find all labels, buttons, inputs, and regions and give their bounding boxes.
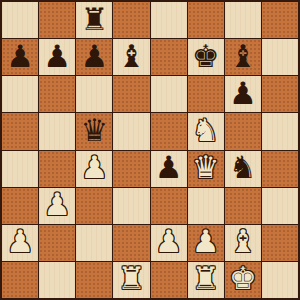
piece-white-queen: ♛ xyxy=(192,152,220,183)
square-c8[interactable]: ♜ xyxy=(76,2,112,38)
square-f6[interactable] xyxy=(188,76,224,112)
piece-white-rook: ♜ xyxy=(192,263,220,294)
square-d3[interactable] xyxy=(113,188,149,224)
piece-black-pawn: ♟ xyxy=(43,41,71,72)
square-g5[interactable] xyxy=(225,113,261,149)
square-a4[interactable] xyxy=(2,151,38,187)
square-b2[interactable] xyxy=(39,225,75,261)
square-b1[interactable] xyxy=(39,262,75,298)
square-h6[interactable] xyxy=(262,76,298,112)
piece-white-pawn: ♟ xyxy=(155,226,183,257)
piece-white-pawn: ♟ xyxy=(43,189,71,220)
square-f2[interactable]: ♟ xyxy=(188,225,224,261)
square-f7[interactable]: ♚ xyxy=(188,39,224,75)
square-d7[interactable]: ♝ xyxy=(113,39,149,75)
square-e3[interactable] xyxy=(151,188,187,224)
piece-white-rook: ♜ xyxy=(118,263,146,294)
square-a7[interactable]: ♟ xyxy=(2,39,38,75)
square-c3[interactable] xyxy=(76,188,112,224)
square-a3[interactable] xyxy=(2,188,38,224)
square-f8[interactable] xyxy=(188,2,224,38)
square-f5[interactable]: ♞ xyxy=(188,113,224,149)
square-a1[interactable] xyxy=(2,262,38,298)
piece-black-pawn: ♟ xyxy=(229,78,257,109)
square-e7[interactable] xyxy=(151,39,187,75)
square-c2[interactable] xyxy=(76,225,112,261)
square-e2[interactable]: ♟ xyxy=(151,225,187,261)
square-c1[interactable] xyxy=(76,262,112,298)
piece-white-pawn: ♟ xyxy=(80,152,108,183)
square-h3[interactable] xyxy=(262,188,298,224)
square-b7[interactable]: ♟ xyxy=(39,39,75,75)
square-e1[interactable] xyxy=(151,262,187,298)
piece-black-rook: ♜ xyxy=(80,4,108,35)
piece-black-bishop: ♝ xyxy=(229,41,257,72)
square-f3[interactable] xyxy=(188,188,224,224)
square-d8[interactable] xyxy=(113,2,149,38)
chess-board: ♜♟♟♟♝♚♝♟♛♞♟♟♛♞♟♟♟♟♝♜♜♚ xyxy=(0,0,300,300)
square-g1[interactable]: ♚ xyxy=(225,262,261,298)
square-e6[interactable] xyxy=(151,76,187,112)
square-g7[interactable]: ♝ xyxy=(225,39,261,75)
piece-black-knight: ♞ xyxy=(229,152,257,183)
square-e4[interactable]: ♟ xyxy=(151,151,187,187)
square-b8[interactable] xyxy=(39,2,75,38)
piece-black-bishop: ♝ xyxy=(118,41,146,72)
square-h4[interactable] xyxy=(262,151,298,187)
square-f4[interactable]: ♛ xyxy=(188,151,224,187)
square-g8[interactable] xyxy=(225,2,261,38)
square-f1[interactable]: ♜ xyxy=(188,262,224,298)
square-a8[interactable] xyxy=(2,2,38,38)
square-b3[interactable]: ♟ xyxy=(39,188,75,224)
square-b5[interactable] xyxy=(39,113,75,149)
piece-black-pawn: ♟ xyxy=(155,152,183,183)
square-h2[interactable] xyxy=(262,225,298,261)
square-h1[interactable] xyxy=(262,262,298,298)
square-d6[interactable] xyxy=(113,76,149,112)
piece-white-bishop: ♝ xyxy=(229,226,257,257)
square-d4[interactable] xyxy=(113,151,149,187)
square-a5[interactable] xyxy=(2,113,38,149)
square-a2[interactable]: ♟ xyxy=(2,225,38,261)
square-b4[interactable] xyxy=(39,151,75,187)
square-d5[interactable] xyxy=(113,113,149,149)
piece-black-queen: ♛ xyxy=(80,115,108,146)
square-c4[interactable]: ♟ xyxy=(76,151,112,187)
square-h7[interactable] xyxy=(262,39,298,75)
piece-white-knight: ♞ xyxy=(192,115,220,146)
square-d2[interactable] xyxy=(113,225,149,261)
square-g4[interactable]: ♞ xyxy=(225,151,261,187)
square-e5[interactable] xyxy=(151,113,187,149)
square-h5[interactable] xyxy=(262,113,298,149)
square-h8[interactable] xyxy=(262,2,298,38)
piece-black-king: ♚ xyxy=(192,41,220,72)
piece-white-pawn: ♟ xyxy=(6,226,34,257)
piece-white-king: ♚ xyxy=(229,263,257,294)
square-e8[interactable] xyxy=(151,2,187,38)
square-b6[interactable] xyxy=(39,76,75,112)
chess-diagram: ♜♟♟♟♝♚♝♟♛♞♟♟♛♞♟♟♟♟♝♜♜♚ xyxy=(0,0,300,300)
piece-black-pawn: ♟ xyxy=(6,41,34,72)
square-a6[interactable] xyxy=(2,76,38,112)
square-g3[interactable] xyxy=(225,188,261,224)
piece-white-pawn: ♟ xyxy=(192,226,220,257)
square-g2[interactable]: ♝ xyxy=(225,225,261,261)
square-c6[interactable] xyxy=(76,76,112,112)
square-c7[interactable]: ♟ xyxy=(76,39,112,75)
square-g6[interactable]: ♟ xyxy=(225,76,261,112)
piece-black-pawn: ♟ xyxy=(80,41,108,72)
square-c5[interactable]: ♛ xyxy=(76,113,112,149)
square-d1[interactable]: ♜ xyxy=(113,262,149,298)
